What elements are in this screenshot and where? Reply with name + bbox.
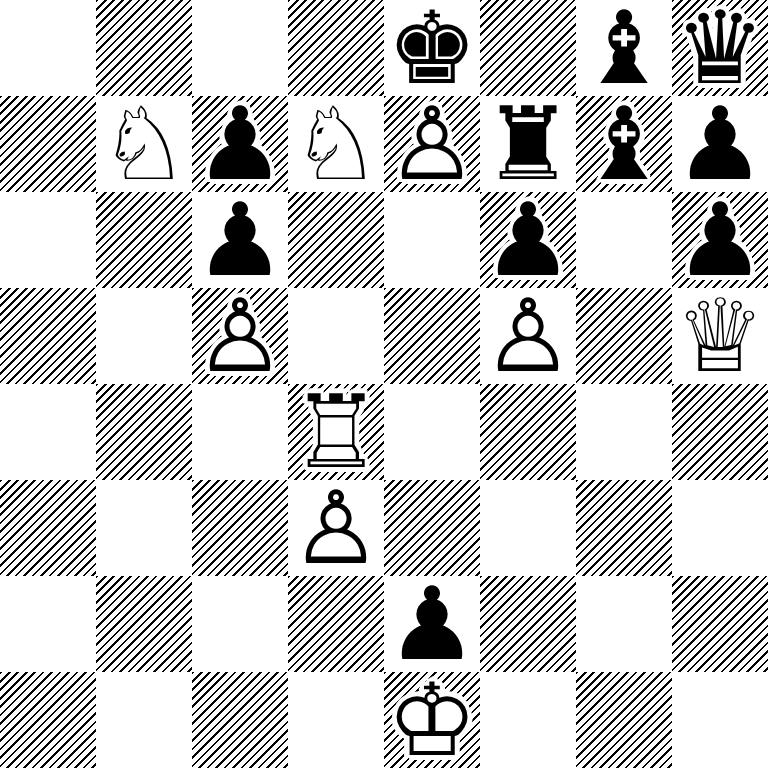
pawn-glyph-fill: ♟ bbox=[672, 96, 768, 192]
square-e7[interactable]: ♟♙ bbox=[384, 96, 480, 192]
square-c2[interactable] bbox=[192, 576, 288, 672]
square-f8[interactable] bbox=[480, 0, 576, 96]
square-a8[interactable] bbox=[0, 0, 96, 96]
square-e6[interactable] bbox=[384, 192, 480, 288]
square-e5[interactable] bbox=[384, 288, 480, 384]
queen-glyph-fill: ♛ bbox=[672, 0, 768, 96]
square-b7[interactable]: ♞♘ bbox=[96, 96, 192, 192]
pawn-glyph-outline: ♙ bbox=[288, 480, 384, 576]
square-a6[interactable] bbox=[0, 192, 96, 288]
white-pawn-c5: ♟♙ bbox=[192, 288, 288, 384]
knight-glyph-fill: ♞ bbox=[288, 96, 384, 192]
pawn-glyph-outline: ♙ bbox=[192, 288, 288, 384]
square-e1[interactable]: ♚♔ bbox=[384, 672, 480, 768]
square-d2[interactable] bbox=[288, 576, 384, 672]
square-a2[interactable] bbox=[0, 576, 96, 672]
white-queen-h5: ♛♕ bbox=[672, 288, 768, 384]
black-pawn-h7: ♟ bbox=[672, 96, 768, 192]
square-g7[interactable]: ♝ bbox=[576, 96, 672, 192]
black-pawn-f6: ♟ bbox=[480, 192, 576, 288]
square-g3[interactable] bbox=[576, 480, 672, 576]
knight-glyph-outline: ♘ bbox=[288, 96, 384, 192]
square-h8[interactable]: ♛ bbox=[672, 0, 768, 96]
rook-glyph-fill: ♜ bbox=[288, 384, 384, 480]
knight-glyph-fill: ♞ bbox=[96, 96, 192, 192]
black-king-e8: ♚ bbox=[384, 0, 480, 96]
white-pawn-f5: ♟♙ bbox=[480, 288, 576, 384]
pawn-glyph-fill: ♟ bbox=[192, 96, 288, 192]
pawn-glyph-fill: ♟ bbox=[192, 192, 288, 288]
square-d8[interactable] bbox=[288, 0, 384, 96]
king-glyph-fill: ♚ bbox=[384, 672, 480, 768]
square-h6[interactable]: ♟ bbox=[672, 192, 768, 288]
square-b1[interactable] bbox=[96, 672, 192, 768]
chess-board: ♚♝♛♞♘♟♞♘♟♙♜♝♟♟♟♟♟♙♟♙♛♕♜♖♟♙♟♚♔ bbox=[0, 0, 768, 768]
square-d3[interactable]: ♟♙ bbox=[288, 480, 384, 576]
square-b6[interactable] bbox=[96, 192, 192, 288]
square-c8[interactable] bbox=[192, 0, 288, 96]
square-a7[interactable] bbox=[0, 96, 96, 192]
bishop-glyph-fill: ♝ bbox=[576, 0, 672, 96]
white-pawn-e7: ♟♙ bbox=[384, 96, 480, 192]
black-pawn-c6: ♟ bbox=[192, 192, 288, 288]
black-queen-h8: ♛ bbox=[672, 0, 768, 96]
square-e3[interactable] bbox=[384, 480, 480, 576]
square-h2[interactable] bbox=[672, 576, 768, 672]
square-b2[interactable] bbox=[96, 576, 192, 672]
square-d4[interactable]: ♜♖ bbox=[288, 384, 384, 480]
square-e2[interactable]: ♟ bbox=[384, 576, 480, 672]
square-g4[interactable] bbox=[576, 384, 672, 480]
square-b5[interactable] bbox=[96, 288, 192, 384]
square-d7[interactable]: ♞♘ bbox=[288, 96, 384, 192]
square-e4[interactable] bbox=[384, 384, 480, 480]
square-b4[interactable] bbox=[96, 384, 192, 480]
pawn-glyph-fill: ♟ bbox=[672, 192, 768, 288]
square-f2[interactable] bbox=[480, 576, 576, 672]
square-a5[interactable] bbox=[0, 288, 96, 384]
square-f4[interactable] bbox=[480, 384, 576, 480]
square-e8[interactable]: ♚ bbox=[384, 0, 480, 96]
pawn-glyph-fill: ♟ bbox=[384, 576, 480, 672]
square-b3[interactable] bbox=[96, 480, 192, 576]
black-bishop-g7: ♝ bbox=[576, 96, 672, 192]
queen-glyph-outline: ♕ bbox=[672, 288, 768, 384]
square-a3[interactable] bbox=[0, 480, 96, 576]
square-c5[interactable]: ♟♙ bbox=[192, 288, 288, 384]
square-c4[interactable] bbox=[192, 384, 288, 480]
square-c1[interactable] bbox=[192, 672, 288, 768]
black-pawn-c7: ♟ bbox=[192, 96, 288, 192]
pawn-glyph-fill: ♟ bbox=[288, 480, 384, 576]
square-g8[interactable]: ♝ bbox=[576, 0, 672, 96]
square-g6[interactable] bbox=[576, 192, 672, 288]
white-pawn-d3: ♟♙ bbox=[288, 480, 384, 576]
pawn-glyph-outline: ♙ bbox=[480, 288, 576, 384]
square-h7[interactable]: ♟ bbox=[672, 96, 768, 192]
square-h3[interactable] bbox=[672, 480, 768, 576]
square-g5[interactable] bbox=[576, 288, 672, 384]
square-b8[interactable] bbox=[96, 0, 192, 96]
square-g1[interactable] bbox=[576, 672, 672, 768]
pawn-glyph-fill: ♟ bbox=[480, 288, 576, 384]
square-a4[interactable] bbox=[0, 384, 96, 480]
square-h5[interactable]: ♛♕ bbox=[672, 288, 768, 384]
square-d5[interactable] bbox=[288, 288, 384, 384]
white-knight-b7: ♞♘ bbox=[96, 96, 192, 192]
pawn-glyph-fill: ♟ bbox=[480, 192, 576, 288]
king-glyph-outline: ♔ bbox=[384, 672, 480, 768]
square-a1[interactable] bbox=[0, 672, 96, 768]
queen-glyph-fill: ♛ bbox=[672, 288, 768, 384]
rook-glyph-outline: ♖ bbox=[288, 384, 384, 480]
square-f5[interactable]: ♟♙ bbox=[480, 288, 576, 384]
square-c6[interactable]: ♟ bbox=[192, 192, 288, 288]
king-glyph-fill: ♚ bbox=[384, 0, 480, 96]
white-king-e1: ♚♔ bbox=[384, 672, 480, 768]
rook-glyph-fill: ♜ bbox=[480, 96, 576, 192]
knight-glyph-outline: ♘ bbox=[96, 96, 192, 192]
bishop-glyph-fill: ♝ bbox=[576, 96, 672, 192]
square-c3[interactable] bbox=[192, 480, 288, 576]
black-pawn-h6: ♟ bbox=[672, 192, 768, 288]
pawn-glyph-fill: ♟ bbox=[192, 288, 288, 384]
square-d6[interactable] bbox=[288, 192, 384, 288]
pawn-glyph-fill: ♟ bbox=[384, 96, 480, 192]
black-pawn-e2: ♟ bbox=[384, 576, 480, 672]
white-rook-d4: ♜♖ bbox=[288, 384, 384, 480]
square-d1[interactable] bbox=[288, 672, 384, 768]
black-rook-f7: ♜ bbox=[480, 96, 576, 192]
square-h1[interactable] bbox=[672, 672, 768, 768]
black-bishop-g8: ♝ bbox=[576, 0, 672, 96]
white-knight-d7: ♞♘ bbox=[288, 96, 384, 192]
square-g2[interactable] bbox=[576, 576, 672, 672]
square-f1[interactable] bbox=[480, 672, 576, 768]
square-h4[interactable] bbox=[672, 384, 768, 480]
square-c7[interactable]: ♟ bbox=[192, 96, 288, 192]
pawn-glyph-outline: ♙ bbox=[384, 96, 480, 192]
square-f6[interactable]: ♟ bbox=[480, 192, 576, 288]
square-f7[interactable]: ♜ bbox=[480, 96, 576, 192]
square-f3[interactable] bbox=[480, 480, 576, 576]
